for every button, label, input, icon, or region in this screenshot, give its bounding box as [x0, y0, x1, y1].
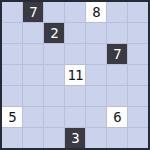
cell-r5c6[interactable] — [128, 107, 148, 127]
cell-r4c1[interactable] — [23, 86, 43, 106]
cell-r2c4[interactable] — [86, 44, 106, 64]
clue-cell-r5c0[interactable]: 5 — [2, 107, 22, 127]
cell-r3c2[interactable] — [44, 65, 64, 85]
cell-r0c5[interactable] — [107, 2, 127, 22]
cell-r4c2[interactable] — [44, 86, 64, 106]
cell-r0c3[interactable] — [65, 2, 85, 22]
cell-r1c0[interactable] — [2, 23, 22, 43]
cell-r0c6[interactable] — [128, 2, 148, 22]
cell-r6c0[interactable] — [2, 128, 22, 148]
cell-r4c0[interactable] — [2, 86, 22, 106]
cell-r3c5[interactable] — [107, 65, 127, 85]
cell-r6c2[interactable] — [44, 128, 64, 148]
clue-cell-r2c5[interactable]: 7 — [107, 44, 127, 64]
cell-r1c5[interactable] — [107, 23, 127, 43]
cell-r3c4[interactable] — [86, 65, 106, 85]
cell-r1c6[interactable] — [128, 23, 148, 43]
cell-r2c1[interactable] — [23, 44, 43, 64]
clue-cell-r6c3[interactable]: 3 — [65, 128, 85, 148]
cell-r2c3[interactable] — [65, 44, 85, 64]
cell-r1c4[interactable] — [86, 23, 106, 43]
cell-r5c3[interactable] — [65, 107, 85, 127]
cell-r2c2[interactable] — [44, 44, 64, 64]
cell-r0c0[interactable] — [2, 2, 22, 22]
cell-r2c0[interactable] — [2, 44, 22, 64]
clue-cell-r0c4[interactable]: 8 — [86, 2, 106, 22]
clue-cell-r5c5[interactable]: 6 — [107, 107, 127, 127]
clue-cell-r3c3[interactable]: 11 — [65, 65, 85, 85]
cell-r5c4[interactable] — [86, 107, 106, 127]
cell-r4c5[interactable] — [107, 86, 127, 106]
cell-r3c6[interactable] — [128, 65, 148, 85]
cell-r3c1[interactable] — [23, 65, 43, 85]
cell-r4c3[interactable] — [65, 86, 85, 106]
cell-r3c0[interactable] — [2, 65, 22, 85]
cell-r6c1[interactable] — [23, 128, 43, 148]
clue-cell-r1c2[interactable]: 2 — [44, 23, 64, 43]
cell-r6c5[interactable] — [107, 128, 127, 148]
clue-cell-r0c1[interactable]: 7 — [23, 2, 43, 22]
cell-r4c4[interactable] — [86, 86, 106, 106]
cell-r6c4[interactable] — [86, 128, 106, 148]
cell-r1c1[interactable] — [23, 23, 43, 43]
puzzle-board: 782711563 — [0, 0, 150, 150]
cell-r0c2[interactable] — [44, 2, 64, 22]
cell-r6c6[interactable] — [128, 128, 148, 148]
cell-r4c6[interactable] — [128, 86, 148, 106]
cell-r5c2[interactable] — [44, 107, 64, 127]
cell-r2c6[interactable] — [128, 44, 148, 64]
cell-r1c3[interactable] — [65, 23, 85, 43]
cell-r5c1[interactable] — [23, 107, 43, 127]
